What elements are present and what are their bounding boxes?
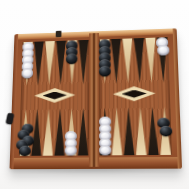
- right-playing-field: [99, 37, 172, 155]
- quadrant-top-left: [21, 40, 89, 86]
- point-20: [110, 39, 122, 84]
- quadrant-top-right: [99, 37, 170, 84]
- photo-backdrop: [0, 0, 189, 189]
- point-16: [55, 41, 67, 86]
- point-6: [99, 108, 111, 156]
- point-20-triangle: [110, 39, 122, 84]
- checker-white: [21, 68, 33, 78]
- point-7: [77, 108, 89, 156]
- checker-white: [157, 45, 169, 55]
- checker-white: [99, 144, 111, 155]
- point-10-triangle: [42, 109, 54, 156]
- point-9-triangle: [54, 108, 66, 155]
- diamond-inlay: [113, 86, 156, 102]
- right-rail: [173, 28, 182, 168]
- point-4-triangle: [122, 107, 135, 155]
- checker-black: [66, 53, 78, 63]
- point-15: [44, 41, 56, 86]
- diamond-inlay: [34, 88, 75, 103]
- point-10: [42, 109, 54, 156]
- point-1: [158, 107, 172, 155]
- point-12: [19, 109, 32, 156]
- point-8: [65, 108, 77, 155]
- point-24: [156, 37, 169, 83]
- point-18-triangle: [78, 40, 90, 85]
- left-playing-field: [19, 40, 89, 156]
- backgammon-board: [10, 28, 183, 169]
- quadrant-bottom-right: [99, 107, 172, 156]
- checker-black: [160, 125, 173, 136]
- point-5-triangle: [111, 107, 123, 155]
- diamond-inlay-center: [42, 91, 66, 99]
- checker-black: [99, 66, 111, 76]
- point-5: [111, 107, 123, 155]
- point-17: [66, 40, 78, 85]
- point-15-triangle: [44, 41, 56, 86]
- point-21-triangle: [122, 38, 134, 83]
- point-16-triangle: [55, 41, 67, 86]
- center-bar: [89, 33, 99, 167]
- left-rail: [10, 34, 19, 169]
- point-18: [78, 40, 90, 85]
- point-7-triangle: [77, 108, 89, 156]
- point-19: [99, 39, 111, 84]
- point-4: [122, 107, 135, 155]
- checker-black: [19, 145, 31, 156]
- back-hinge: [56, 31, 62, 38]
- diamond-inlay-center: [121, 90, 146, 98]
- point-9: [54, 108, 66, 155]
- point-21: [122, 38, 134, 83]
- quadrant-bottom-left: [19, 108, 89, 156]
